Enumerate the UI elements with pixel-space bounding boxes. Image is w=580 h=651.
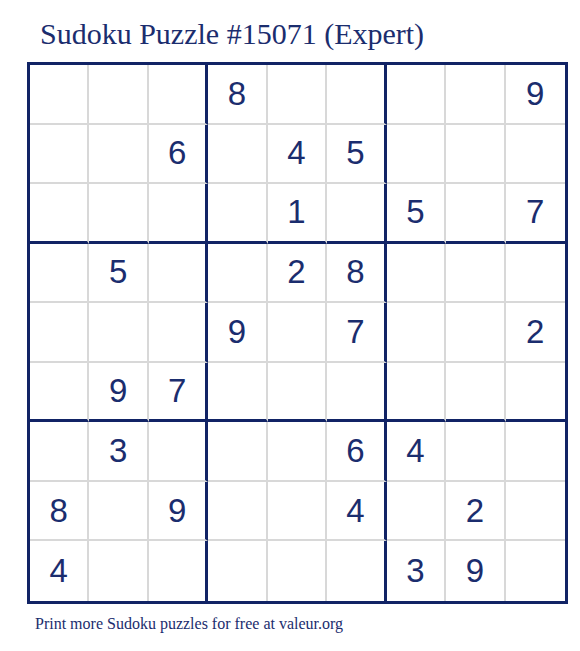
sudoku-print-page: Sudoku Puzzle #15071 (Expert) 8964515752… [0, 0, 580, 651]
cell-r1c5 [268, 65, 327, 125]
cell-r6c4 [208, 363, 267, 423]
cell-r9c1: 4 [30, 541, 89, 601]
cell-r6c9 [506, 363, 565, 423]
cell-r1c2 [89, 65, 148, 125]
cell-r9c7: 3 [387, 541, 446, 601]
page-title: Sudoku Puzzle #15071 (Expert) [40, 17, 424, 51]
cell-r5c4: 9 [208, 303, 267, 363]
cell-r2c3: 6 [149, 125, 208, 185]
cell-r8c5 [268, 482, 327, 542]
cell-r9c6 [327, 541, 386, 601]
cell-r6c1 [30, 363, 89, 423]
cell-r5c9: 2 [506, 303, 565, 363]
footer-note: Print more Sudoku puzzles for free at va… [35, 615, 343, 633]
cell-r9c2 [89, 541, 148, 601]
cell-r3c6 [327, 184, 386, 244]
cell-r9c5 [268, 541, 327, 601]
cell-r5c8 [446, 303, 505, 363]
cell-r4c6: 8 [327, 244, 386, 304]
cell-r5c5 [268, 303, 327, 363]
cell-r7c8 [446, 422, 505, 482]
cell-r6c8 [446, 363, 505, 423]
cell-r2c5: 4 [268, 125, 327, 185]
cell-r7c1 [30, 422, 89, 482]
cell-r5c6: 7 [327, 303, 386, 363]
cell-r8c4 [208, 482, 267, 542]
cell-r1c1 [30, 65, 89, 125]
cell-r8c2 [89, 482, 148, 542]
cell-r2c8 [446, 125, 505, 185]
cell-r4c2: 5 [89, 244, 148, 304]
cell-r1c8 [446, 65, 505, 125]
cell-r2c6: 5 [327, 125, 386, 185]
cell-r6c3: 7 [149, 363, 208, 423]
cell-r4c3 [149, 244, 208, 304]
cell-r4c7 [387, 244, 446, 304]
sudoku-board: 89645157528972973648942439 [27, 62, 568, 604]
cell-r9c4 [208, 541, 267, 601]
cell-r3c7: 5 [387, 184, 446, 244]
cell-r9c9 [506, 541, 565, 601]
cell-r1c4: 8 [208, 65, 267, 125]
cell-r3c1 [30, 184, 89, 244]
cell-r2c1 [30, 125, 89, 185]
cell-r1c9: 9 [506, 65, 565, 125]
cell-r8c7 [387, 482, 446, 542]
cell-r5c3 [149, 303, 208, 363]
cell-r3c2 [89, 184, 148, 244]
cell-r7c5 [268, 422, 327, 482]
cell-r5c2 [89, 303, 148, 363]
cell-r2c2 [89, 125, 148, 185]
cell-r7c2: 3 [89, 422, 148, 482]
cell-r5c7 [387, 303, 446, 363]
cell-r1c7 [387, 65, 446, 125]
cell-r4c8 [446, 244, 505, 304]
cell-r8c3: 9 [149, 482, 208, 542]
cell-r4c1 [30, 244, 89, 304]
cell-r8c9 [506, 482, 565, 542]
cell-r3c8 [446, 184, 505, 244]
cell-r7c4 [208, 422, 267, 482]
cell-r7c9 [506, 422, 565, 482]
cell-r8c1: 8 [30, 482, 89, 542]
cell-r2c7 [387, 125, 446, 185]
cell-r4c9 [506, 244, 565, 304]
cell-r7c7: 4 [387, 422, 446, 482]
cell-r6c6 [327, 363, 386, 423]
cell-r2c4 [208, 125, 267, 185]
cell-r5c1 [30, 303, 89, 363]
cell-r4c5: 2 [268, 244, 327, 304]
cell-r1c6 [327, 65, 386, 125]
cell-r3c4 [208, 184, 267, 244]
cell-r4c4 [208, 244, 267, 304]
cell-r9c8: 9 [446, 541, 505, 601]
cell-r6c5 [268, 363, 327, 423]
cell-r3c9: 7 [506, 184, 565, 244]
cell-r2c9 [506, 125, 565, 185]
cell-r8c6: 4 [327, 482, 386, 542]
cell-r7c3 [149, 422, 208, 482]
cell-r3c5: 1 [268, 184, 327, 244]
cell-r3c3 [149, 184, 208, 244]
cell-r6c7 [387, 363, 446, 423]
cell-r6c2: 9 [89, 363, 148, 423]
cell-r9c3 [149, 541, 208, 601]
cell-r1c3 [149, 65, 208, 125]
cell-r7c6: 6 [327, 422, 386, 482]
cell-r8c8: 2 [446, 482, 505, 542]
